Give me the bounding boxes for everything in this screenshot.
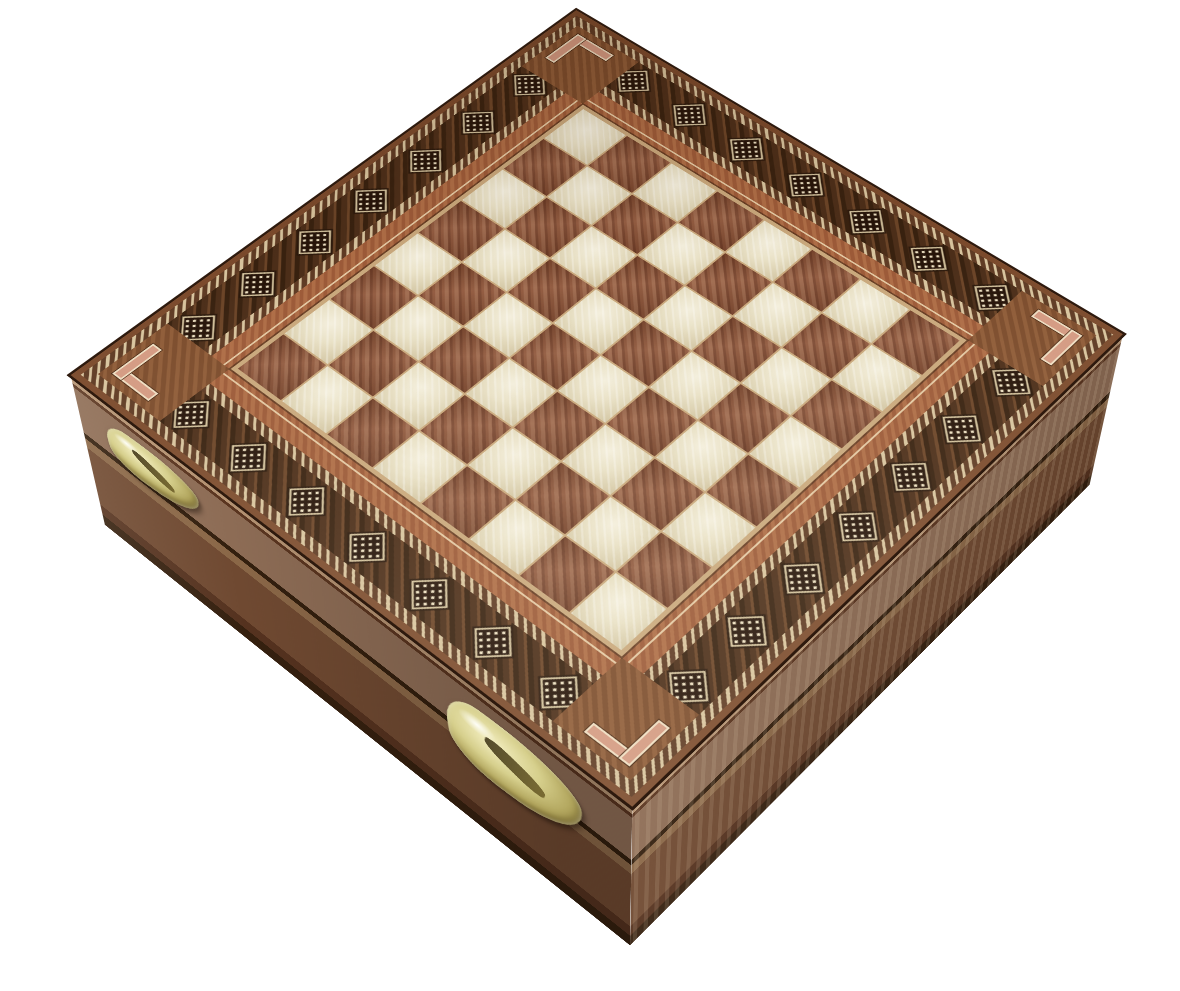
- mosaic-medallion-icon: [355, 189, 387, 212]
- square-g3: [612, 458, 704, 530]
- square-h6: [792, 381, 881, 449]
- board-top-face: [71, 10, 1123, 807]
- square-h1: [571, 573, 667, 650]
- mosaic-medallion-icon: [289, 487, 325, 515]
- mosaic-medallion-icon: [891, 463, 930, 491]
- mosaic-medallion-icon: [942, 415, 981, 442]
- mosaic-medallion-icon: [462, 111, 493, 133]
- mosaic-medallion-icon: [730, 138, 763, 160]
- square-d1: [374, 432, 465, 502]
- square-f2: [517, 462, 609, 534]
- mosaic-medallion-icon: [669, 670, 708, 702]
- mosaic-medallion-icon: [350, 532, 386, 561]
- square-g6: [742, 349, 830, 415]
- square-b1: [282, 366, 371, 433]
- corner-bracket-icon: [584, 723, 640, 767]
- square-f1: [470, 501, 563, 575]
- square-h7: [833, 345, 921, 411]
- square-c2: [375, 363, 464, 430]
- chess-box: [71, 10, 1123, 807]
- mosaic-medallion-icon: [240, 272, 273, 297]
- mosaic-medallion-icon: [412, 579, 448, 609]
- square-d2: [421, 395, 511, 464]
- mosaic-medallion-icon: [410, 150, 441, 172]
- mosaic-medallion-icon: [727, 616, 766, 647]
- square-g4: [656, 421, 747, 491]
- square-h5: [750, 417, 840, 487]
- square-f4: [607, 388, 697, 456]
- square-e1: [421, 466, 513, 538]
- mosaic-medallion-icon: [992, 369, 1030, 395]
- square-e4: [558, 356, 647, 423]
- mosaic-medallion-icon: [673, 104, 705, 126]
- square-f3: [562, 425, 653, 495]
- square-c1: [328, 399, 418, 468]
- mosaic-medallion-icon: [541, 676, 579, 708]
- mosaic-medallion-icon: [475, 627, 512, 658]
- square-h3: [663, 493, 756, 566]
- mosaic-medallion-icon: [174, 401, 210, 428]
- square-h4: [707, 455, 799, 526]
- square-h2: [617, 532, 711, 607]
- square-g5: [699, 384, 788, 452]
- square-g2: [566, 497, 659, 571]
- square-d3: [467, 359, 556, 426]
- corner-bracket-icon: [112, 366, 158, 401]
- square-f5: [650, 352, 739, 419]
- photo-canvas: [0, 0, 1180, 991]
- square-e3: [514, 391, 604, 459]
- mosaic-medallion-icon: [838, 512, 877, 541]
- mosaic-medallion-icon: [231, 443, 267, 471]
- square-e2: [468, 428, 559, 498]
- mosaic-medallion-icon: [789, 173, 823, 196]
- mosaic-medallion-icon: [299, 230, 331, 254]
- corner-bracket-icon: [618, 720, 670, 767]
- square-g1: [520, 536, 614, 611]
- mosaic-medallion-icon: [911, 247, 947, 271]
- mosaic-medallion-icon: [849, 210, 884, 233]
- mosaic-medallion-icon: [784, 563, 823, 593]
